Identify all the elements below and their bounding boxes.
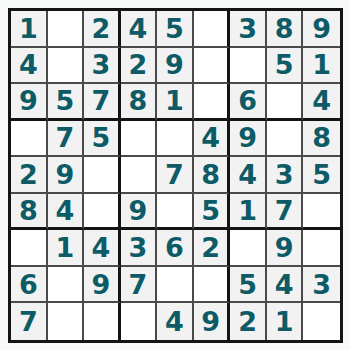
- cell-r6c4[interactable]: 9: [121, 194, 158, 231]
- cell-r5c5[interactable]: 7: [157, 157, 194, 194]
- cell-r9c7[interactable]: 2: [230, 303, 267, 340]
- cell-r8c5[interactable]: [157, 267, 194, 304]
- cell-r7c8[interactable]: 9: [267, 230, 304, 267]
- cell-r3c7[interactable]: 6: [230, 84, 267, 121]
- cell-r3c5[interactable]: 1: [157, 84, 194, 121]
- cell-r9c5[interactable]: 4: [157, 303, 194, 340]
- cell-r5c1[interactable]: 2: [11, 157, 48, 194]
- cell-r1c5[interactable]: 5: [157, 11, 194, 48]
- cell-r1c3[interactable]: 2: [84, 11, 121, 48]
- cell-r9c8[interactable]: 1: [267, 303, 304, 340]
- cell-r9c6[interactable]: 9: [194, 303, 231, 340]
- cell-r3c1[interactable]: 9: [11, 84, 48, 121]
- cell-r3c6[interactable]: [194, 84, 231, 121]
- cell-r6c2[interactable]: 4: [48, 194, 85, 231]
- cell-r8c1[interactable]: 6: [11, 267, 48, 304]
- cell-r6c7[interactable]: 1: [230, 194, 267, 231]
- cell-r5c4[interactable]: [121, 157, 158, 194]
- cell-r7c1[interactable]: [11, 230, 48, 267]
- cell-r2c1[interactable]: 4: [11, 48, 48, 85]
- cell-r5c9[interactable]: 5: [303, 157, 340, 194]
- sudoku-board: 1245389432951957816475498297843584951714…: [8, 8, 343, 343]
- cell-r6c9[interactable]: [303, 194, 340, 231]
- cell-r6c3[interactable]: [84, 194, 121, 231]
- cell-r1c9[interactable]: 9: [303, 11, 340, 48]
- cell-r1c6[interactable]: [194, 11, 231, 48]
- cell-r6c1[interactable]: 8: [11, 194, 48, 231]
- cell-r7c9[interactable]: [303, 230, 340, 267]
- cell-r7c3[interactable]: 4: [84, 230, 121, 267]
- cell-r6c5[interactable]: [157, 194, 194, 231]
- cell-r8c8[interactable]: 4: [267, 267, 304, 304]
- cell-r2c9[interactable]: 1: [303, 48, 340, 85]
- cell-r3c2[interactable]: 5: [48, 84, 85, 121]
- cell-r7c5[interactable]: 6: [157, 230, 194, 267]
- cell-r5c7[interactable]: 4: [230, 157, 267, 194]
- cell-r2c2[interactable]: [48, 48, 85, 85]
- cell-r6c6[interactable]: 5: [194, 194, 231, 231]
- cell-r2c6[interactable]: [194, 48, 231, 85]
- cell-r8c7[interactable]: 5: [230, 267, 267, 304]
- cell-r3c9[interactable]: 4: [303, 84, 340, 121]
- cell-r8c3[interactable]: 9: [84, 267, 121, 304]
- cell-r2c4[interactable]: 2: [121, 48, 158, 85]
- cell-r5c8[interactable]: 3: [267, 157, 304, 194]
- cell-r4c5[interactable]: [157, 121, 194, 158]
- cell-r7c4[interactable]: 3: [121, 230, 158, 267]
- cell-r7c6[interactable]: 2: [194, 230, 231, 267]
- cell-r4c3[interactable]: 5: [84, 121, 121, 158]
- cell-r9c3[interactable]: [84, 303, 121, 340]
- cell-r3c3[interactable]: 7: [84, 84, 121, 121]
- cell-r4c6[interactable]: 4: [194, 121, 231, 158]
- cell-r9c1[interactable]: 7: [11, 303, 48, 340]
- cell-r4c4[interactable]: [121, 121, 158, 158]
- cell-r9c2[interactable]: [48, 303, 85, 340]
- cell-r2c7[interactable]: [230, 48, 267, 85]
- cell-r1c8[interactable]: 8: [267, 11, 304, 48]
- cell-r1c1[interactable]: 1: [11, 11, 48, 48]
- cell-r3c4[interactable]: 8: [121, 84, 158, 121]
- cell-r1c7[interactable]: 3: [230, 11, 267, 48]
- cell-r4c1[interactable]: [11, 121, 48, 158]
- cell-r5c3[interactable]: [84, 157, 121, 194]
- cell-r9c4[interactable]: [121, 303, 158, 340]
- cell-r8c9[interactable]: 3: [303, 267, 340, 304]
- cell-r5c6[interactable]: 8: [194, 157, 231, 194]
- cell-r3c8[interactable]: [267, 84, 304, 121]
- cell-r4c9[interactable]: 8: [303, 121, 340, 158]
- cell-r8c4[interactable]: 7: [121, 267, 158, 304]
- cell-r4c8[interactable]: [267, 121, 304, 158]
- cell-r1c2[interactable]: [48, 11, 85, 48]
- cell-r5c2[interactable]: 9: [48, 157, 85, 194]
- cell-r9c9[interactable]: [303, 303, 340, 340]
- cell-r2c3[interactable]: 3: [84, 48, 121, 85]
- cell-r6c8[interactable]: 7: [267, 194, 304, 231]
- cell-r7c2[interactable]: 1: [48, 230, 85, 267]
- cell-r2c8[interactable]: 5: [267, 48, 304, 85]
- cell-r8c2[interactable]: [48, 267, 85, 304]
- cell-r7c7[interactable]: [230, 230, 267, 267]
- cell-r4c2[interactable]: 7: [48, 121, 85, 158]
- cell-r2c5[interactable]: 9: [157, 48, 194, 85]
- cell-r4c7[interactable]: 9: [230, 121, 267, 158]
- cell-r8c6[interactable]: [194, 267, 231, 304]
- cell-r1c4[interactable]: 4: [121, 11, 158, 48]
